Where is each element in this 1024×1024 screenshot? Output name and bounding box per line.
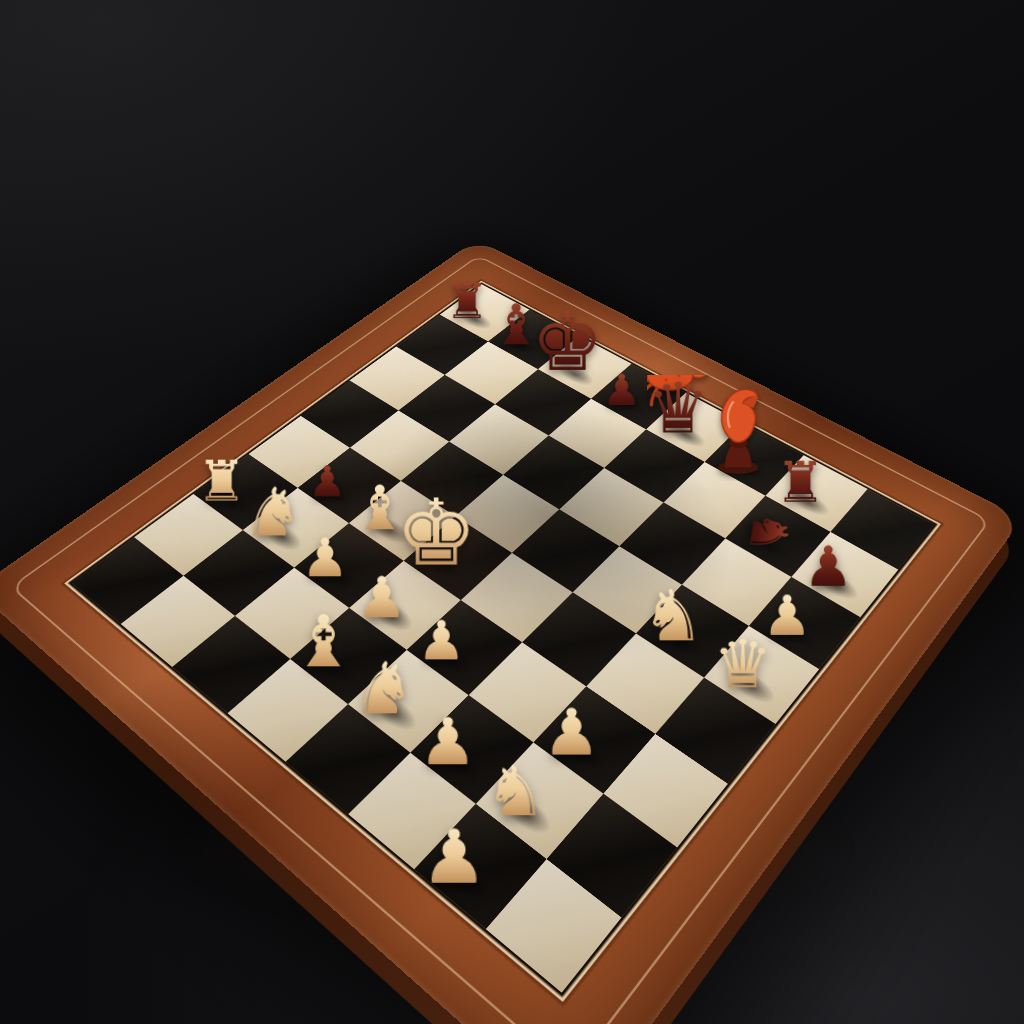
- light-knight-glyph: ♞: [242, 481, 303, 545]
- light-pawn-glyph: ♟: [417, 616, 466, 667]
- dark-fallen-knight-glyph: ♞: [741, 507, 796, 559]
- light-pawn-glyph: ♟: [418, 711, 476, 773]
- light-pawn[interactable]: ♟: [302, 533, 350, 583]
- light-pawn[interactable]: ♟: [418, 711, 476, 773]
- dark-king[interactable]: ♚: [532, 304, 604, 381]
- light-pawn-glyph: ♟: [543, 701, 601, 762]
- light-knight[interactable]: ♞: [242, 481, 303, 545]
- dark-rook[interactable]: ♜: [775, 456, 825, 509]
- light-bishop[interactable]: ♝: [291, 608, 355, 676]
- dark-pawn-glyph: ♟: [308, 461, 346, 501]
- dark-pawn[interactable]: ♟: [308, 461, 346, 501]
- board-squares: ♜♝♚♟♛♜♞♟♟♞♛♟♝♚♜♞♟♟♟♟♝♞♟♞♟: [72, 284, 935, 992]
- light-king-glyph: ♚: [395, 489, 477, 576]
- perspective-wrapper: ♜♝♚♟♛♜♞♟♟♞♛♟♝♚♜♞♟♟♟♟♝♞♟♞♟: [0, 0, 1024, 1024]
- light-pawn[interactable]: ♟: [543, 701, 601, 762]
- chess-board: ♜♝♚♟♛♜♞♟♟♞♛♟♝♚♜♞♟♟♟♟♝♞♟♞♟: [0, 239, 1023, 1024]
- light-knight[interactable]: ♞: [641, 584, 704, 651]
- light-queen-glyph: ♛: [713, 633, 772, 696]
- dark-rook-glyph: ♜: [445, 279, 488, 325]
- dark-queen-with-crab[interactable]: ♛: [647, 376, 710, 442]
- light-rook-glyph: ♜: [197, 455, 247, 508]
- light-knight[interactable]: ♞: [484, 759, 546, 825]
- light-king[interactable]: ♚: [395, 489, 477, 576]
- dark-queen-with-crab-glyph: ♛: [647, 376, 710, 442]
- light-pawn-glyph: ♟: [421, 822, 488, 893]
- light-rook[interactable]: ♜: [197, 455, 247, 508]
- dark-fallen-knight[interactable]: ♞: [738, 506, 783, 554]
- dark-lobster-claw-knight[interactable]: [710, 384, 767, 475]
- lobster-claw-icon: [710, 384, 767, 475]
- light-pawn[interactable]: ♟: [421, 822, 488, 893]
- light-bishop-glyph: ♝: [291, 608, 355, 676]
- light-pawn-glyph: ♟: [356, 571, 407, 625]
- light-knight-glyph: ♞: [641, 584, 704, 651]
- dark-king-glyph: ♚: [532, 304, 604, 381]
- light-pawn-glyph: ♟: [302, 533, 350, 583]
- light-knight-glyph: ♞: [351, 655, 415, 723]
- light-queen[interactable]: ♛: [713, 633, 772, 696]
- dark-rook[interactable]: ♜: [445, 279, 488, 325]
- light-pawn[interactable]: ♟: [356, 571, 407, 625]
- scene: ♜♝♚♟♛♜♞♟♟♞♛♟♝♚♜♞♟♟♟♟♝♞♟♞♟: [0, 0, 1024, 1024]
- dark-rook-glyph: ♜: [775, 456, 825, 509]
- light-pawn[interactable]: ♟: [417, 616, 466, 667]
- light-knight-glyph: ♞: [484, 759, 546, 825]
- light-knight[interactable]: ♞: [351, 655, 415, 723]
- board-frame: ♜♝♚♟♛♜♞♟♟♞♛♟♝♚♜♞♟♟♟♟♝♞♟♞♟: [0, 239, 1023, 1024]
